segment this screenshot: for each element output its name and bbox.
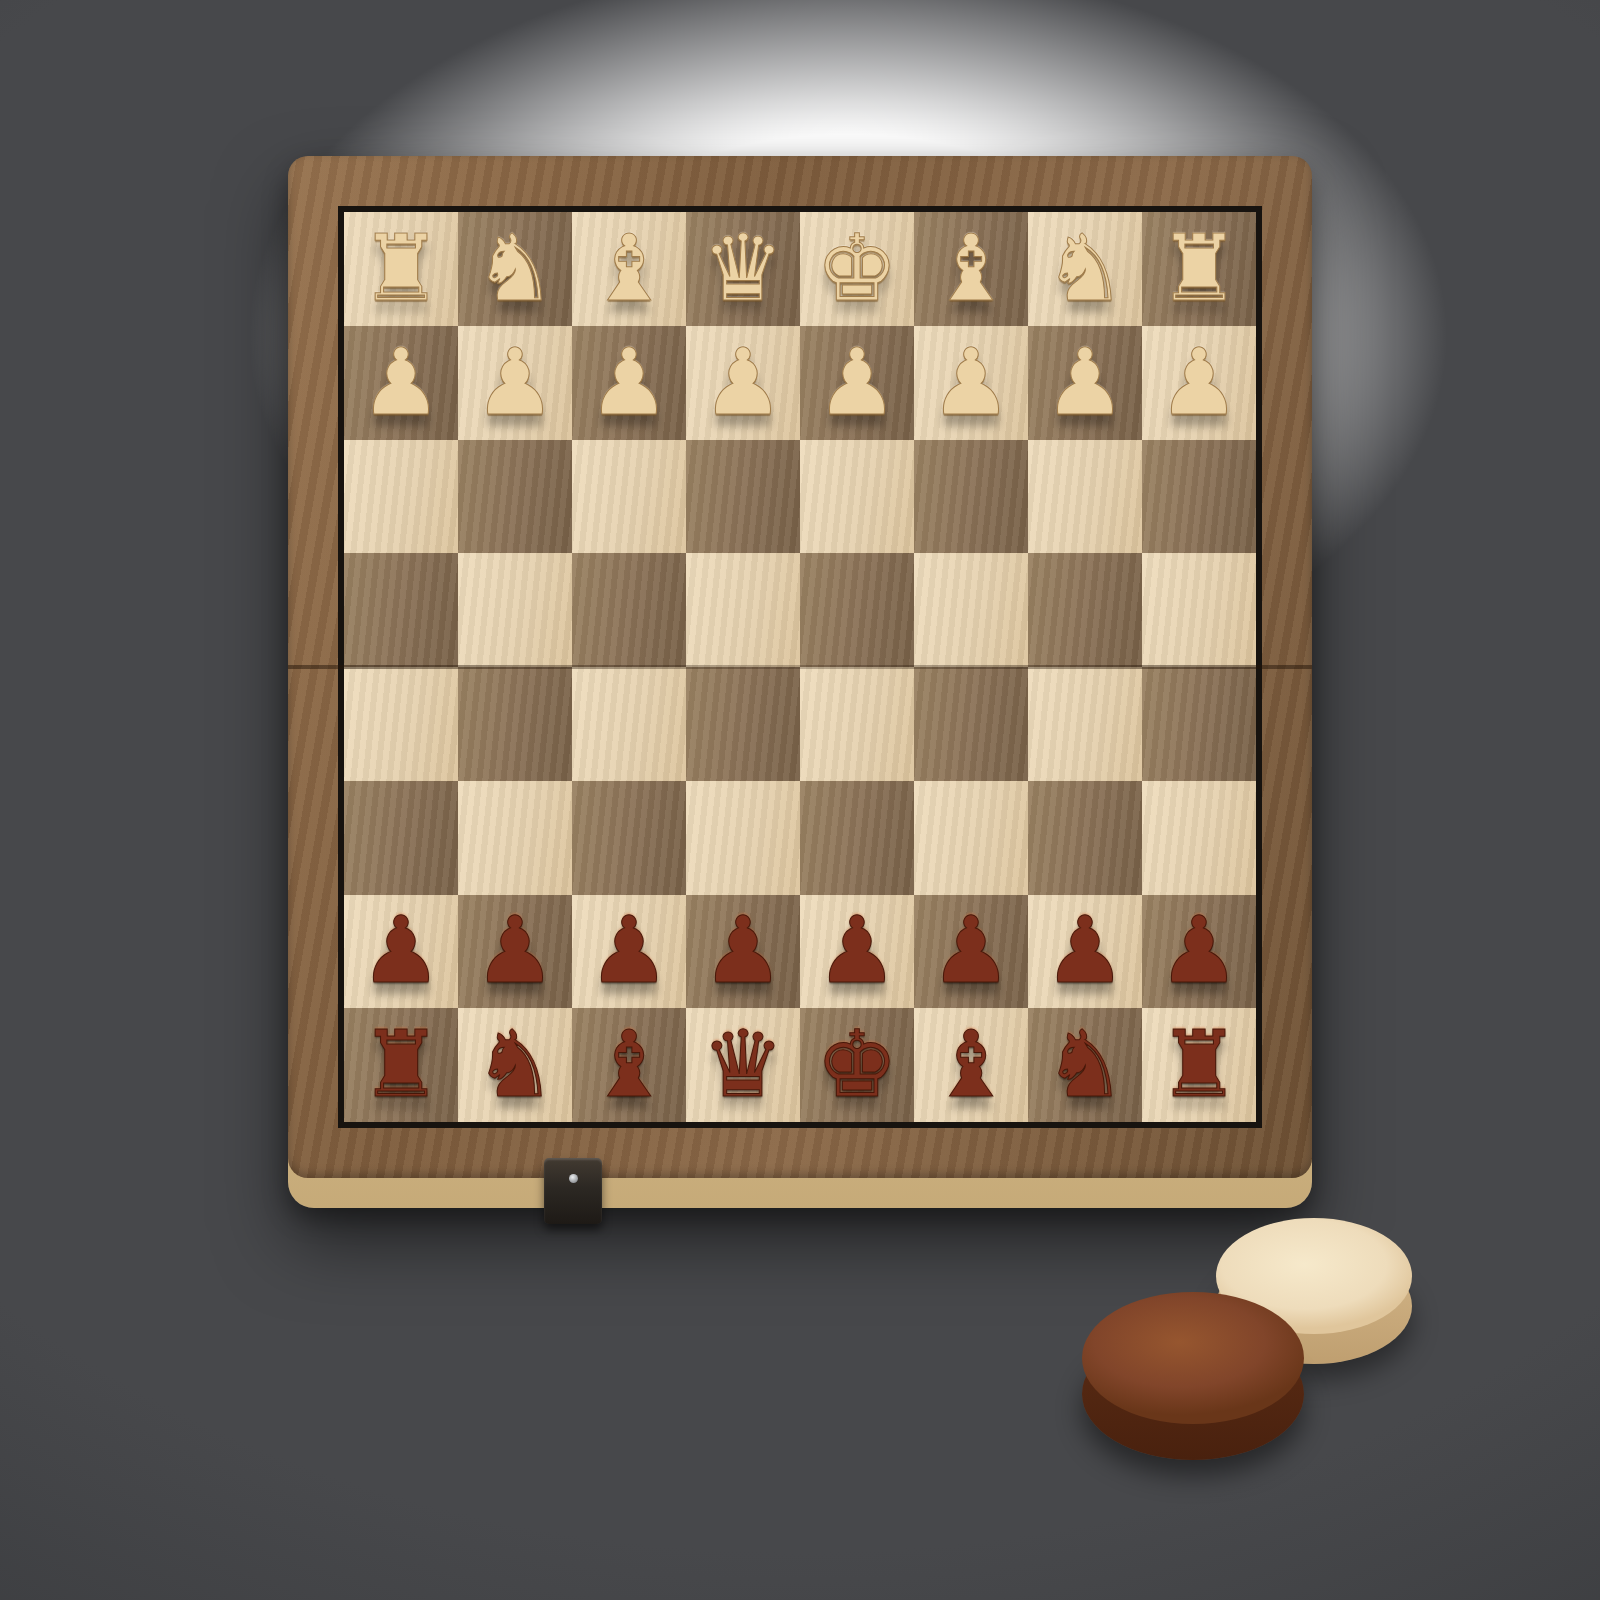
white-bishop: ♝ [930,223,1012,315]
black-pawn: ♟ [360,905,442,997]
checker-dark-top [1082,1292,1304,1424]
square-h1: ♜ [1142,1008,1256,1122]
black-pawn: ♟ [1158,905,1240,997]
square-f1: ♝ [914,1008,1028,1122]
square-c5 [572,553,686,667]
square-g3 [1028,781,1142,895]
square-f3 [914,781,1028,895]
square-d6 [686,440,800,554]
scene: ♜♞♝♛♚♝♞♜♟♟♟♟♟♟♟♟♟♟♟♟♟♟♟♟♜♞♝♛♚♝♞♜ [0,0,1600,1600]
square-h6 [1142,440,1256,554]
square-d3 [686,781,800,895]
square-f4 [914,667,1028,781]
checker-piece-dark [1082,1292,1304,1460]
white-bishop: ♝ [588,223,670,315]
white-pawn: ♟ [474,337,556,429]
square-f7: ♟ [914,326,1028,440]
white-pawn: ♟ [816,337,898,429]
black-knight: ♞ [1044,1019,1126,1111]
board-frame: ♜♞♝♛♚♝♞♜♟♟♟♟♟♟♟♟♟♟♟♟♟♟♟♟♜♞♝♛♚♝♞♜ [288,156,1312,1178]
square-e8: ♚ [800,212,914,326]
white-pawn: ♟ [702,337,784,429]
square-e1: ♚ [800,1008,914,1122]
square-e6 [800,440,914,554]
white-pawn: ♟ [360,337,442,429]
square-d5 [686,553,800,667]
square-g8: ♞ [1028,212,1142,326]
square-e3 [800,781,914,895]
black-pawn: ♟ [1044,905,1126,997]
black-pawn: ♟ [816,905,898,997]
square-a5 [344,553,458,667]
square-c6 [572,440,686,554]
square-c3 [572,781,686,895]
square-c8: ♝ [572,212,686,326]
square-h8: ♜ [1142,212,1256,326]
square-h4 [1142,667,1256,781]
square-g6 [1028,440,1142,554]
square-b6 [458,440,572,554]
square-d1: ♛ [686,1008,800,1122]
black-king: ♚ [816,1019,898,1111]
black-pawn: ♟ [930,905,1012,997]
square-d4 [686,667,800,781]
square-b4 [458,667,572,781]
white-queen: ♛ [702,223,784,315]
black-pawn: ♟ [588,905,670,997]
square-a7: ♟ [344,326,458,440]
square-b7: ♟ [458,326,572,440]
black-bishop: ♝ [588,1019,670,1111]
white-pawn: ♟ [1044,337,1126,429]
square-g4 [1028,667,1142,781]
square-a3 [344,781,458,895]
square-h5 [1142,553,1256,667]
latch [544,1158,602,1224]
square-e2: ♟ [800,895,914,1009]
square-h7: ♟ [1142,326,1256,440]
square-e4 [800,667,914,781]
square-a6 [344,440,458,554]
black-rook: ♜ [1158,1019,1240,1111]
black-queen: ♛ [702,1019,784,1111]
square-a1: ♜ [344,1008,458,1122]
white-king: ♚ [816,223,898,315]
white-knight: ♞ [474,223,556,315]
square-g1: ♞ [1028,1008,1142,1122]
square-a4 [344,667,458,781]
black-pawn: ♟ [702,905,784,997]
square-b8: ♞ [458,212,572,326]
white-pawn: ♟ [588,337,670,429]
square-c1: ♝ [572,1008,686,1122]
fold-seam [288,665,1312,669]
square-d2: ♟ [686,895,800,1009]
square-a2: ♟ [344,895,458,1009]
square-h3 [1142,781,1256,895]
latch-screw-icon [569,1174,578,1183]
board-rim: ♜♞♝♛♚♝♞♜♟♟♟♟♟♟♟♟♟♟♟♟♟♟♟♟♜♞♝♛♚♝♞♜ [288,156,1312,1208]
square-c7: ♟ [572,326,686,440]
square-d8: ♛ [686,212,800,326]
black-knight: ♞ [474,1019,556,1111]
square-h2: ♟ [1142,895,1256,1009]
white-knight: ♞ [1044,223,1126,315]
square-b3 [458,781,572,895]
square-g2: ♟ [1028,895,1142,1009]
white-pawn: ♟ [1158,337,1240,429]
square-d7: ♟ [686,326,800,440]
white-pawn: ♟ [930,337,1012,429]
black-bishop: ♝ [930,1019,1012,1111]
square-g5 [1028,553,1142,667]
square-e5 [800,553,914,667]
square-b5 [458,553,572,667]
square-g7: ♟ [1028,326,1142,440]
square-a8: ♜ [344,212,458,326]
square-b1: ♞ [458,1008,572,1122]
square-f2: ♟ [914,895,1028,1009]
square-f6 [914,440,1028,554]
white-rook: ♜ [360,223,442,315]
white-rook: ♜ [1158,223,1240,315]
black-pawn: ♟ [474,905,556,997]
square-c2: ♟ [572,895,686,1009]
square-b2: ♟ [458,895,572,1009]
square-e7: ♟ [800,326,914,440]
square-f8: ♝ [914,212,1028,326]
black-rook: ♜ [360,1019,442,1111]
square-f5 [914,553,1028,667]
square-c4 [572,667,686,781]
